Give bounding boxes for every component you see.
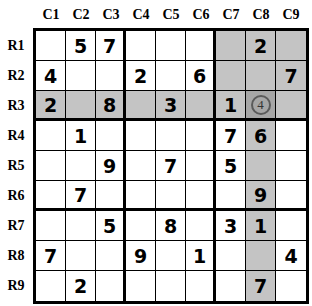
cell-R5C2[interactable] — [66, 151, 96, 181]
col-label-C4: C4 — [126, 4, 156, 26]
cell-R1C5[interactable] — [156, 31, 186, 61]
cell-R9C2[interactable]: 2 — [66, 271, 96, 301]
cell-R9C1[interactable] — [36, 271, 66, 301]
row-label-R6: R6 — [0, 181, 32, 211]
cell-R9C4[interactable] — [126, 271, 156, 301]
cell-R5C8[interactable] — [246, 151, 276, 181]
cell-R5C4[interactable] — [126, 151, 156, 181]
cell-R4C8[interactable]: 6 — [246, 121, 276, 151]
row-label-R9: R9 — [0, 271, 32, 301]
sudoku-board: 572426728314176975795831791427 — [33, 28, 309, 304]
cell-R2C3[interactable] — [96, 61, 126, 91]
cell-R6C5[interactable] — [156, 181, 186, 211]
cell-R3C8[interactable]: 4 — [246, 91, 276, 121]
cell-R8C6[interactable]: 1 — [186, 241, 216, 271]
cell-R3C3[interactable]: 8 — [96, 91, 126, 121]
cell-R4C4[interactable] — [126, 121, 156, 151]
cell-R4C6[interactable] — [186, 121, 216, 151]
cell-R6C1[interactable] — [36, 181, 66, 211]
row-label-R1: R1 — [0, 31, 32, 61]
row-label-R7: R7 — [0, 211, 32, 241]
cell-R7C3[interactable]: 5 — [96, 211, 126, 241]
cell-R3C1[interactable]: 2 — [36, 91, 66, 121]
cell-R6C7[interactable] — [216, 181, 246, 211]
col-label-C5: C5 — [156, 4, 186, 26]
col-label-C9: C9 — [276, 4, 306, 26]
cell-R1C9[interactable] — [276, 31, 306, 61]
cell-R7C5[interactable]: 8 — [156, 211, 186, 241]
row-label-R8: R8 — [0, 241, 32, 271]
cell-R6C8[interactable]: 9 — [246, 181, 276, 211]
cell-R8C7[interactable] — [216, 241, 246, 271]
cell-R9C3[interactable] — [96, 271, 126, 301]
cell-R2C2[interactable] — [66, 61, 96, 91]
cell-R7C6[interactable] — [186, 211, 216, 241]
cell-R5C1[interactable] — [36, 151, 66, 181]
cell-R9C8[interactable]: 7 — [246, 271, 276, 301]
col-label-C8: C8 — [246, 4, 276, 26]
cell-R4C9[interactable] — [276, 121, 306, 151]
cell-R5C5[interactable]: 7 — [156, 151, 186, 181]
row-labels: R1R2R3R4R5R6R7R8R9 — [0, 31, 32, 301]
cell-R6C6[interactable] — [186, 181, 216, 211]
cell-R5C7[interactable]: 5 — [216, 151, 246, 181]
cell-R6C2[interactable]: 7 — [66, 181, 96, 211]
cell-R9C9[interactable] — [276, 271, 306, 301]
cell-R1C6[interactable] — [186, 31, 216, 61]
col-label-C7: C7 — [216, 4, 246, 26]
cell-R3C5[interactable]: 3 — [156, 91, 186, 121]
cell-R5C9[interactable] — [276, 151, 306, 181]
cell-R8C8[interactable] — [246, 241, 276, 271]
cell-R2C4[interactable]: 2 — [126, 61, 156, 91]
cell-R2C7[interactable] — [216, 61, 246, 91]
cell-R2C1[interactable]: 4 — [36, 61, 66, 91]
cell-R9C7[interactable] — [216, 271, 246, 301]
cell-R2C9[interactable]: 7 — [276, 61, 306, 91]
cell-R9C5[interactable] — [156, 271, 186, 301]
cell-R4C3[interactable] — [96, 121, 126, 151]
cell-R4C7[interactable]: 7 — [216, 121, 246, 151]
col-label-C3: C3 — [96, 4, 126, 26]
col-label-C1: C1 — [36, 4, 66, 26]
cell-R3C6[interactable] — [186, 91, 216, 121]
sudoku-page: C1C2C3C4C5C6C7C8C9 R1R2R3R4R5R6R7R8R9 57… — [0, 0, 312, 306]
column-labels: C1C2C3C4C5C6C7C8C9 — [36, 4, 306, 26]
cell-R4C2[interactable]: 1 — [66, 121, 96, 151]
cell-R1C8[interactable]: 2 — [246, 31, 276, 61]
row-label-R2: R2 — [0, 61, 32, 91]
col-label-C6: C6 — [186, 4, 216, 26]
cell-R5C3[interactable]: 9 — [96, 151, 126, 181]
cell-R6C9[interactable] — [276, 181, 306, 211]
cell-R1C7[interactable] — [216, 31, 246, 61]
cell-R3C2[interactable] — [66, 91, 96, 121]
row-label-R4: R4 — [0, 121, 32, 151]
cell-R1C2[interactable]: 5 — [66, 31, 96, 61]
cell-R7C8[interactable]: 1 — [246, 211, 276, 241]
cell-R1C4[interactable] — [126, 31, 156, 61]
cell-R5C6[interactable] — [186, 151, 216, 181]
circled-candidate-digit: 4 — [251, 95, 271, 115]
cell-R2C5[interactable] — [156, 61, 186, 91]
cell-R3C7[interactable]: 1 — [216, 91, 246, 121]
cell-R4C1[interactable] — [36, 121, 66, 151]
cell-R7C4[interactable] — [126, 211, 156, 241]
cell-R2C8[interactable] — [246, 61, 276, 91]
cell-R7C1[interactable] — [36, 211, 66, 241]
cell-R8C4[interactable]: 9 — [126, 241, 156, 271]
cell-R4C5[interactable] — [156, 121, 186, 151]
cell-R1C3[interactable]: 7 — [96, 31, 126, 61]
cell-R8C9[interactable]: 4 — [276, 241, 306, 271]
col-label-C2: C2 — [66, 4, 96, 26]
cell-R3C4[interactable] — [126, 91, 156, 121]
cell-R8C2[interactable] — [66, 241, 96, 271]
row-label-R3: R3 — [0, 91, 32, 121]
cell-R9C6[interactable] — [186, 271, 216, 301]
cell-R8C1[interactable]: 7 — [36, 241, 66, 271]
cell-R8C5[interactable] — [156, 241, 186, 271]
cell-R6C3[interactable] — [96, 181, 126, 211]
cell-R3C9[interactable] — [276, 91, 306, 121]
cell-R6C4[interactable] — [126, 181, 156, 211]
cell-R7C9[interactable] — [276, 211, 306, 241]
cell-R1C1[interactable] — [36, 31, 66, 61]
cell-R8C3[interactable] — [96, 241, 126, 271]
cell-R2C6[interactable]: 6 — [186, 61, 216, 91]
cell-R7C7[interactable]: 3 — [216, 211, 246, 241]
cell-R7C2[interactable] — [66, 211, 96, 241]
row-label-R5: R5 — [0, 151, 32, 181]
